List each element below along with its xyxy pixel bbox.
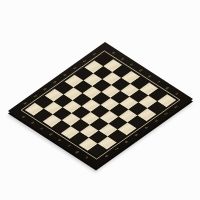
coord-file-bottom-c: c [40, 127, 45, 130]
coord-file-bottom-b: b [31, 121, 36, 124]
coord-file-top-c: c [130, 63, 135, 66]
coord-file-top-d: d [138, 68, 143, 71]
product-photo: aa11bb22cc33dd44ee55ff66gg77hh88 [0, 0, 200, 200]
coord-file-bottom-e: e [58, 138, 63, 141]
coord-file-top-e: e [147, 74, 152, 77]
coord-file-bottom-a: a [22, 115, 27, 118]
coord-file-top-g: g [165, 86, 170, 89]
coord-rank-right-2: 2 [164, 112, 169, 115]
board-grid [25, 53, 176, 156]
coord-file-top-h: h [174, 92, 179, 95]
coord-rank-right-3: 3 [154, 119, 159, 122]
coord-file-bottom-g: g [76, 150, 81, 153]
coord-file-top-b: b [120, 57, 125, 60]
coord-file-bottom-h: h [85, 156, 90, 159]
coord-file-top-a: a [111, 51, 116, 54]
coord-file-top-f: f [157, 80, 161, 83]
coord-file-bottom-f: f [67, 144, 71, 147]
chessboard: aa11bb22cc33dd44ee55ff66gg77hh88 [8, 42, 193, 168]
coord-rank-right-6: 6 [124, 140, 129, 143]
coord-rank-right-1: 1 [173, 105, 178, 108]
coord-rank-right-8: 8 [104, 154, 109, 157]
coord-rank-right-7: 7 [114, 147, 119, 150]
coord-file-bottom-d: d [49, 132, 54, 135]
coord-rank-right-4: 4 [144, 126, 149, 129]
coord-rank-right-5: 5 [134, 133, 139, 136]
